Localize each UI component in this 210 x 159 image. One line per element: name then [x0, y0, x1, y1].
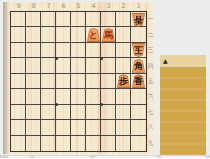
board-cell[interactable]	[41, 12, 56, 27]
file-label: 5	[71, 2, 86, 10]
board-cell[interactable]	[71, 58, 86, 73]
board-cell[interactable]	[56, 43, 71, 58]
board-cell[interactable]	[116, 12, 131, 27]
board-cell[interactable]	[56, 89, 71, 104]
cropped-button[interactable]	[95, 156, 157, 159]
board-cell[interactable]	[11, 12, 26, 27]
board-cell[interactable]	[11, 105, 26, 120]
cropped-button[interactable]	[161, 156, 206, 159]
board-cell[interactable]	[11, 27, 26, 42]
board-cell[interactable]	[41, 27, 56, 42]
board-cell[interactable]	[86, 74, 101, 89]
hoshi-dot	[55, 103, 58, 106]
board-cell[interactable]	[41, 105, 56, 120]
board-cell[interactable]	[101, 89, 116, 104]
board-cell[interactable]	[131, 27, 146, 42]
board-cell[interactable]	[26, 136, 41, 151]
board-cell[interactable]	[41, 74, 56, 89]
board-cell[interactable]	[56, 12, 71, 27]
file-label: 8	[26, 2, 41, 10]
board-cell[interactable]	[71, 12, 86, 27]
board-cell[interactable]	[116, 58, 131, 73]
file-label: 1	[131, 2, 146, 10]
board-cell[interactable]	[131, 120, 146, 135]
file-label: 9	[11, 2, 26, 10]
board-cell[interactable]	[56, 136, 71, 151]
board-cell[interactable]	[131, 136, 146, 151]
board-cell[interactable]	[86, 89, 101, 104]
shogi-widget: 987654321 一二三四五六七八九 香と馬玉角歩香 ▲	[0, 0, 210, 158]
board-cell[interactable]	[71, 27, 86, 42]
rank-label: 二	[147, 27, 154, 42]
board-cell[interactable]	[86, 105, 101, 120]
board-cell[interactable]	[131, 89, 146, 104]
board-cell[interactable]	[41, 43, 56, 58]
file-label: 3	[101, 2, 116, 10]
board-cell[interactable]	[26, 120, 41, 135]
board-cell[interactable]	[86, 136, 101, 151]
board-cell[interactable]	[86, 58, 101, 73]
board-cell[interactable]	[86, 43, 101, 58]
board-cell[interactable]	[41, 136, 56, 151]
board-cell[interactable]	[71, 43, 86, 58]
board-cell[interactable]	[71, 120, 86, 135]
file-label: 7	[41, 2, 56, 10]
board-cell[interactable]	[26, 89, 41, 104]
board-cell[interactable]	[101, 120, 116, 135]
board-cell[interactable]	[101, 43, 116, 58]
file-label: 2	[116, 2, 131, 10]
board-cell[interactable]	[11, 120, 26, 135]
board-cell[interactable]	[26, 43, 41, 58]
rank-label: 七	[147, 105, 154, 120]
board-cell[interactable]	[11, 89, 26, 104]
board-cell[interactable]	[56, 105, 71, 120]
hoshi-dot	[100, 103, 103, 106]
hoshi-dot	[100, 57, 103, 60]
rank-label: 四	[147, 58, 154, 73]
board-cell[interactable]	[26, 58, 41, 73]
board-cell[interactable]	[71, 89, 86, 104]
rank-label: 五	[147, 74, 154, 89]
board-cell[interactable]	[71, 105, 86, 120]
komadai-header: ▲	[160, 55, 206, 68]
board-cell[interactable]	[116, 105, 131, 120]
board-cell[interactable]	[71, 136, 86, 151]
board-cell[interactable]	[56, 120, 71, 135]
board-cell[interactable]	[131, 105, 146, 120]
board-cell[interactable]	[26, 105, 41, 120]
board-cell[interactable]	[101, 12, 116, 27]
hoshi-dot	[55, 57, 58, 60]
board-cell[interactable]	[116, 89, 131, 104]
board-cell[interactable]	[116, 27, 131, 42]
board-cell[interactable]	[101, 74, 116, 89]
board-cell[interactable]	[86, 12, 101, 27]
board-cell[interactable]	[116, 43, 131, 58]
file-label: 4	[86, 2, 101, 10]
board-cell[interactable]	[26, 27, 41, 42]
board-cell[interactable]	[116, 136, 131, 151]
rank-label: 六	[147, 89, 154, 104]
board-cell[interactable]	[11, 136, 26, 151]
board-cell[interactable]	[101, 58, 116, 73]
sente-marker-icon: ▲	[163, 56, 168, 66]
board-cell[interactable]	[26, 74, 41, 89]
board-cell[interactable]	[71, 74, 86, 89]
board-cell[interactable]	[56, 27, 71, 42]
board-cell[interactable]	[11, 58, 26, 73]
rank-label: 九	[147, 136, 154, 151]
board-cell[interactable]	[101, 105, 116, 120]
board-cell[interactable]	[11, 74, 26, 89]
board-cell[interactable]	[41, 120, 56, 135]
komadai[interactable]: ▲	[160, 55, 206, 155]
board-cell[interactable]	[56, 58, 71, 73]
rank-label: 一	[147, 12, 154, 27]
board-cell[interactable]	[26, 12, 41, 27]
board-cell[interactable]	[41, 58, 56, 73]
rank-label: 八	[147, 120, 154, 135]
board-cell[interactable]	[11, 43, 26, 58]
rank-label: 三	[147, 43, 154, 58]
board-cell[interactable]	[56, 74, 71, 89]
board-cell[interactable]	[116, 120, 131, 135]
file-label: 6	[56, 2, 71, 10]
cropped-button[interactable]	[34, 156, 90, 159]
cropped-button[interactable]	[8, 156, 30, 159]
board-cell[interactable]	[41, 89, 56, 104]
board-cell[interactable]	[101, 136, 116, 151]
board-cell[interactable]	[86, 120, 101, 135]
